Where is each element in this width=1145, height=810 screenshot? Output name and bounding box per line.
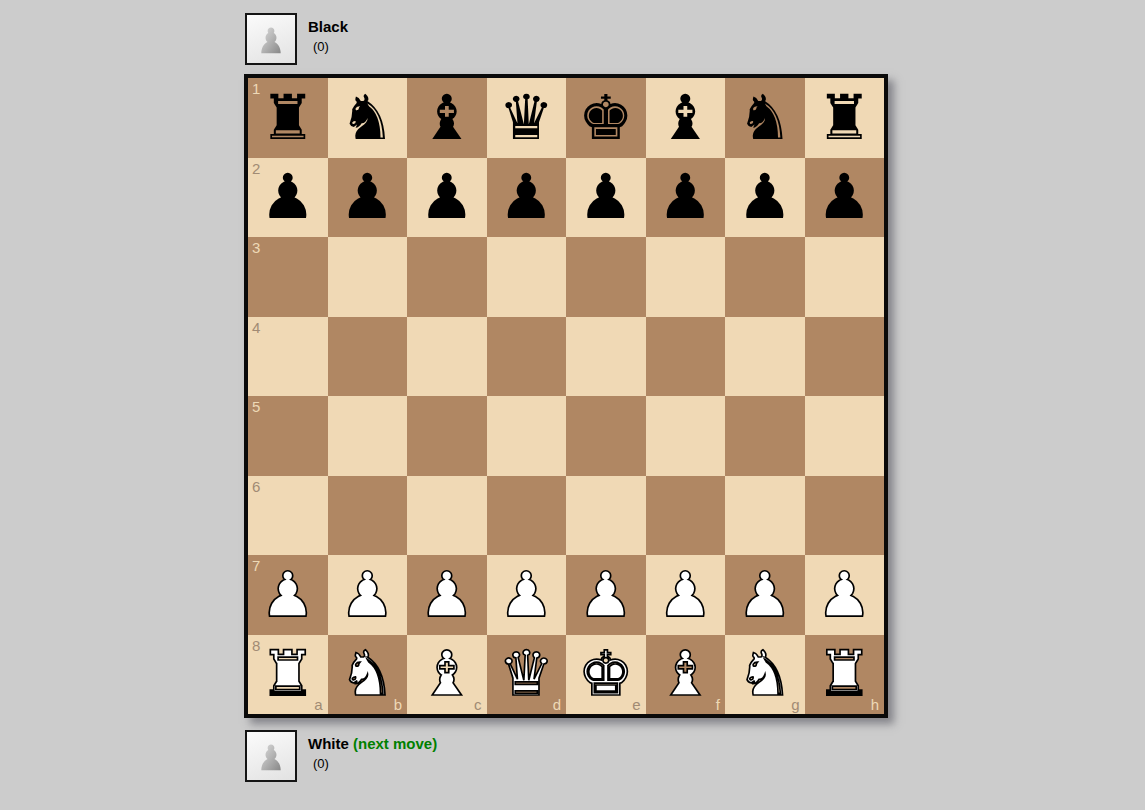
square-f6[interactable]	[646, 476, 726, 556]
square-d1[interactable]: ♛	[487, 78, 567, 158]
pawn-icon	[252, 20, 290, 58]
player-info-white: White (next move) (0)	[308, 730, 437, 782]
square-h6[interactable]	[805, 476, 885, 556]
piece-black-pawn[interactable]: ♟	[657, 166, 713, 228]
square-b8[interactable]: b♞	[328, 635, 408, 715]
square-f1[interactable]: ♝	[646, 78, 726, 158]
square-c8[interactable]: c♝	[407, 635, 487, 715]
square-e4[interactable]	[566, 317, 646, 397]
square-c7[interactable]: ♟	[407, 555, 487, 635]
square-a8[interactable]: 8a♜	[248, 635, 328, 715]
square-c3[interactable]	[407, 237, 487, 317]
square-f5[interactable]	[646, 396, 726, 476]
square-g7[interactable]: ♟	[725, 555, 805, 635]
file-label-c: c	[474, 697, 482, 712]
piece-white-pawn[interactable]: ♟	[816, 564, 872, 626]
square-e6[interactable]	[566, 476, 646, 556]
square-d5[interactable]	[487, 396, 567, 476]
square-g6[interactable]	[725, 476, 805, 556]
player-avatar-black	[245, 13, 297, 65]
square-b2[interactable]: ♟	[328, 158, 408, 238]
square-b6[interactable]	[328, 476, 408, 556]
next-move-indicator: (next move)	[353, 735, 437, 752]
square-g2[interactable]: ♟	[725, 158, 805, 238]
piece-black-bishop[interactable]: ♝	[419, 87, 475, 149]
piece-black-rook[interactable]: ♜	[260, 87, 316, 149]
square-d2[interactable]: ♟	[487, 158, 567, 238]
piece-black-bishop[interactable]: ♝	[657, 87, 713, 149]
square-g4[interactable]	[725, 317, 805, 397]
square-h1[interactable]: ♜	[805, 78, 885, 158]
square-b3[interactable]	[328, 237, 408, 317]
rank-label-6: 6	[252, 479, 260, 494]
square-e1[interactable]: ♚	[566, 78, 646, 158]
square-d7[interactable]: ♟	[487, 555, 567, 635]
piece-white-bishop[interactable]: ♝	[419, 643, 475, 705]
square-h4[interactable]	[805, 317, 885, 397]
square-g5[interactable]	[725, 396, 805, 476]
piece-white-knight[interactable]: ♞	[339, 643, 395, 705]
square-e3[interactable]	[566, 237, 646, 317]
square-f3[interactable]	[646, 237, 726, 317]
square-c6[interactable]	[407, 476, 487, 556]
piece-white-pawn[interactable]: ♟	[419, 564, 475, 626]
square-b4[interactable]	[328, 317, 408, 397]
square-g3[interactable]	[725, 237, 805, 317]
piece-white-bishop[interactable]: ♝	[657, 643, 713, 705]
piece-black-pawn[interactable]: ♟	[816, 166, 872, 228]
square-c2[interactable]: ♟	[407, 158, 487, 238]
player-name-white-label: White	[308, 735, 349, 752]
square-a6[interactable]: 6	[248, 476, 328, 556]
square-h7[interactable]: ♟	[805, 555, 885, 635]
piece-white-pawn[interactable]: ♟	[339, 564, 395, 626]
piece-black-knight[interactable]: ♞	[737, 87, 793, 149]
piece-white-pawn[interactable]: ♟	[578, 564, 634, 626]
player-panel-black: Black (0)	[245, 13, 348, 65]
player-score-black: (0)	[308, 39, 348, 54]
player-name-black: Black	[308, 18, 348, 35]
square-b5[interactable]	[328, 396, 408, 476]
square-h2[interactable]: ♟	[805, 158, 885, 238]
piece-white-pawn[interactable]: ♟	[498, 564, 554, 626]
piece-white-pawn[interactable]: ♟	[737, 564, 793, 626]
chess-board: 1♜♞♝♛♚♝♞♜2♟♟♟♟♟♟♟♟34567♟♟♟♟♟♟♟♟8a♜b♞c♝d♛…	[244, 74, 888, 718]
piece-white-rook[interactable]: ♜	[816, 643, 872, 705]
square-g1[interactable]: ♞	[725, 78, 805, 158]
square-a7[interactable]: 7♟	[248, 555, 328, 635]
piece-white-pawn[interactable]: ♟	[260, 564, 316, 626]
square-g8[interactable]: g♞	[725, 635, 805, 715]
piece-white-king[interactable]: ♚	[578, 643, 634, 705]
square-d4[interactable]	[487, 317, 567, 397]
square-c4[interactable]	[407, 317, 487, 397]
rank-label-3: 3	[252, 240, 260, 255]
rank-label-5: 5	[252, 399, 260, 414]
piece-white-pawn[interactable]: ♟	[657, 564, 713, 626]
square-e5[interactable]	[566, 396, 646, 476]
square-h5[interactable]	[805, 396, 885, 476]
piece-black-king[interactable]: ♚	[578, 87, 634, 149]
square-h3[interactable]	[805, 237, 885, 317]
player-panel-white: White (next move) (0)	[245, 730, 437, 782]
square-e8[interactable]: e♚	[566, 635, 646, 715]
square-f4[interactable]	[646, 317, 726, 397]
square-e7[interactable]: ♟	[566, 555, 646, 635]
pawn-icon	[252, 737, 290, 775]
player-score-white: (0)	[308, 756, 437, 771]
piece-white-rook[interactable]: ♜	[260, 643, 316, 705]
square-a2[interactable]: 2♟	[248, 158, 328, 238]
square-b1[interactable]: ♞	[328, 78, 408, 158]
square-f2[interactable]: ♟	[646, 158, 726, 238]
square-a3[interactable]: 3	[248, 237, 328, 317]
square-d6[interactable]	[487, 476, 567, 556]
square-e2[interactable]: ♟	[566, 158, 646, 238]
square-a5[interactable]: 5	[248, 396, 328, 476]
square-a1[interactable]: 1♜	[248, 78, 328, 158]
rank-label-4: 4	[252, 320, 260, 335]
piece-black-pawn[interactable]: ♟	[419, 166, 475, 228]
square-b7[interactable]: ♟	[328, 555, 408, 635]
square-d8[interactable]: d♛	[487, 635, 567, 715]
square-d3[interactable]	[487, 237, 567, 317]
player-info-black: Black (0)	[308, 13, 348, 65]
square-f7[interactable]: ♟	[646, 555, 726, 635]
piece-black-pawn[interactable]: ♟	[498, 166, 554, 228]
piece-black-knight[interactable]: ♞	[339, 87, 395, 149]
piece-black-pawn[interactable]: ♟	[737, 166, 793, 228]
player-name-white: White (next move)	[308, 735, 437, 752]
square-f8[interactable]: f♝	[646, 635, 726, 715]
square-a4[interactable]: 4	[248, 317, 328, 397]
piece-black-pawn[interactable]: ♟	[260, 166, 316, 228]
square-h8[interactable]: h♜	[805, 635, 885, 715]
piece-white-knight[interactable]: ♞	[737, 643, 793, 705]
piece-black-pawn[interactable]: ♟	[339, 166, 395, 228]
square-c1[interactable]: ♝	[407, 78, 487, 158]
piece-black-rook[interactable]: ♜	[816, 87, 872, 149]
piece-black-pawn[interactable]: ♟	[578, 166, 634, 228]
square-c5[interactable]	[407, 396, 487, 476]
player-avatar-white	[245, 730, 297, 782]
piece-black-queen[interactable]: ♛	[498, 87, 554, 149]
file-label-f: f	[716, 697, 720, 712]
piece-white-queen[interactable]: ♛	[498, 643, 554, 705]
